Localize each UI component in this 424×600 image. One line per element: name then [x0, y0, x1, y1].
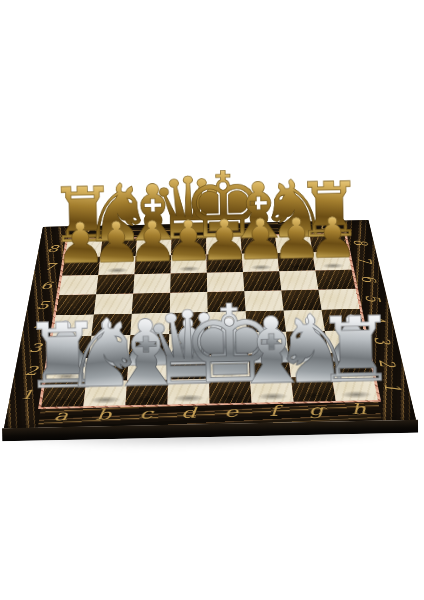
rank-label-right-2: 2: [365, 355, 409, 372]
chess-board: ♜♞♝♛♚♝♞♜♟♟♟♟♟♟♟♟♟♟♟♟♟♟♟♟♜♞♝♛♚♝♞♜ aabbccd…: [4, 220, 416, 428]
rank-label-right-6: 6: [348, 272, 388, 286]
file-label-top-c: c: [137, 226, 172, 236]
file-label-bottom-f: f: [252, 402, 296, 420]
rank-label-left-3: 3: [19, 337, 50, 360]
file-label-bottom-c: c: [124, 405, 167, 423]
rank-label-right-8: 8: [341, 236, 379, 249]
file-label-bottom-h: h: [336, 401, 381, 419]
file-label-top-d: d: [172, 226, 206, 236]
rank-label-left-7: 7: [35, 257, 63, 276]
rank-label-right-4: 4: [356, 311, 398, 326]
rank-label-right-5: 5: [352, 291, 393, 306]
file-label-bottom-a: a: [39, 407, 84, 425]
square-a6: [59, 275, 98, 295]
file-label-bottom-g: g: [294, 401, 339, 419]
square-b6: [96, 274, 134, 294]
file-label-top-a: a: [68, 228, 104, 238]
rank-label-left-5: 5: [28, 295, 58, 316]
perspective-container: ♜♞♝♛♚♝♞♜♟♟♟♟♟♟♟♟♟♟♟♟♟♟♟♟♜♞♝♛♚♝♞♜ aabbccd…: [0, 180, 420, 449]
rank-label-left-4: 4: [24, 315, 55, 337]
file-label-top-b: b: [103, 227, 138, 237]
rank-label-left-8: 8: [39, 240, 66, 258]
file-label-top-h: h: [308, 223, 344, 233]
rank-label-left-2: 2: [15, 359, 47, 383]
square-g6: [279, 270, 318, 290]
board-field: ♜♞♝♛♚♝♞♜♟♟♟♟♟♟♟♟♟♟♟♟♟♟♟♟♜♞♝♛♚♝♞♜: [41, 234, 378, 407]
rank-label-right-3: 3: [360, 333, 403, 349]
file-label-top-f: f: [240, 224, 275, 234]
rank-label-right-1: 1: [369, 378, 414, 396]
rank-label-right-7: 7: [345, 254, 384, 267]
file-label-top-e: e: [206, 225, 241, 235]
product-photo-page: ♜♞♝♛♚♝♞♜♟♟♟♟♟♟♟♟♟♟♟♟♟♟♟♟♜♞♝♛♚♝♞♜ aabbccd…: [0, 0, 424, 600]
file-label-top-g: g: [274, 223, 310, 233]
rank-label-left-1: 1: [10, 382, 43, 407]
file-label-bottom-d: d: [167, 404, 210, 422]
file-label-bottom-e: e: [210, 403, 253, 421]
file-label-bottom-b: b: [81, 406, 125, 424]
scene-tilt: ♜♞♝♛♚♝♞♜♟♟♟♟♟♟♟♟♟♟♟♟♟♟♟♟♜♞♝♛♚♝♞♜ aabbccd…: [0, 0, 424, 600]
rank-label-left-6: 6: [32, 276, 61, 296]
field-pink-trim: ♜♞♝♛♚♝♞♜♟♟♟♟♟♟♟♟♟♟♟♟♟♟♟♟♜♞♝♛♚♝♞♜: [38, 233, 381, 409]
